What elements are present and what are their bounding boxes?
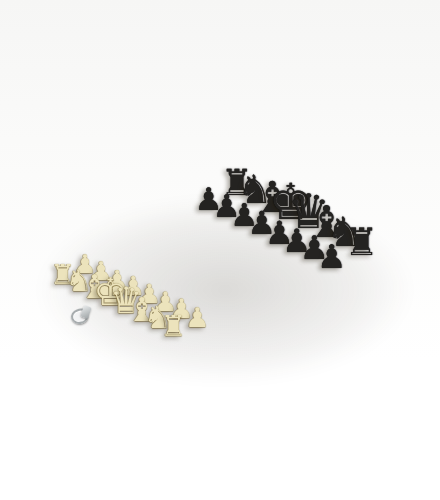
chess-set-photo: hhggffeeddccbbaa8877665544332211 ♜♞♝♛♚♝♞…	[0, 0, 440, 500]
clasp-plate-icon	[81, 305, 93, 319]
metal-clasp	[71, 306, 93, 324]
board-cast-shadow	[0, 165, 440, 415]
